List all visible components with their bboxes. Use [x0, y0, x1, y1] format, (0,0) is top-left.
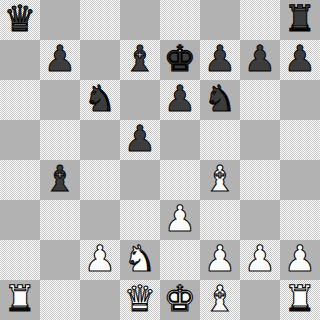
- square-g8[interactable]: [240, 0, 280, 40]
- square-b6[interactable]: [40, 80, 80, 120]
- square-e4[interactable]: [160, 160, 200, 200]
- piece-black-knight[interactable]: ♞: [80, 79, 120, 119]
- square-g5[interactable]: [240, 120, 280, 160]
- chess-board-window: ♛♜♟♝♚♟♟♟♞♟♞♟♝♝♟♟♞♟♟♟♜♛♚♝♜: [0, 0, 320, 320]
- piece-white-pawn[interactable]: ♟: [80, 239, 120, 279]
- square-d2[interactable]: ♞: [120, 240, 160, 280]
- piece-white-pawn[interactable]: ♟: [280, 239, 320, 279]
- square-f6[interactable]: ♞: [200, 80, 240, 120]
- square-h4[interactable]: [280, 160, 320, 200]
- piece-white-pawn[interactable]: ♟: [160, 199, 200, 239]
- square-e1[interactable]: ♚: [160, 280, 200, 320]
- square-a5[interactable]: [0, 120, 40, 160]
- piece-black-pawn[interactable]: ♟: [200, 39, 240, 79]
- piece-black-king[interactable]: ♚: [160, 39, 200, 79]
- square-a1[interactable]: ♜: [0, 280, 40, 320]
- square-h3[interactable]: [280, 200, 320, 240]
- square-b2[interactable]: [40, 240, 80, 280]
- square-a8[interactable]: ♛: [0, 0, 40, 40]
- square-g6[interactable]: [240, 80, 280, 120]
- square-h1[interactable]: ♜: [280, 280, 320, 320]
- piece-black-pawn[interactable]: ♟: [40, 39, 80, 79]
- square-h6[interactable]: [280, 80, 320, 120]
- piece-black-pawn[interactable]: ♟: [160, 79, 200, 119]
- square-g7[interactable]: ♟: [240, 40, 280, 80]
- square-g2[interactable]: ♟: [240, 240, 280, 280]
- square-f4[interactable]: ♝: [200, 160, 240, 200]
- square-f8[interactable]: [200, 0, 240, 40]
- square-d3[interactable]: [120, 200, 160, 240]
- square-d6[interactable]: [120, 80, 160, 120]
- square-c6[interactable]: ♞: [80, 80, 120, 120]
- square-f2[interactable]: ♟: [200, 240, 240, 280]
- square-c8[interactable]: [80, 0, 120, 40]
- square-c7[interactable]: [80, 40, 120, 80]
- piece-black-pawn[interactable]: ♟: [280, 39, 320, 79]
- square-h2[interactable]: ♟: [280, 240, 320, 280]
- piece-black-bishop[interactable]: ♝: [40, 159, 80, 199]
- piece-black-pawn[interactable]: ♟: [120, 119, 160, 159]
- square-d1[interactable]: ♛: [120, 280, 160, 320]
- square-a4[interactable]: [0, 160, 40, 200]
- piece-white-pawn[interactable]: ♟: [240, 239, 280, 279]
- square-f3[interactable]: [200, 200, 240, 240]
- piece-white-pawn[interactable]: ♟: [200, 239, 240, 279]
- square-c2[interactable]: ♟: [80, 240, 120, 280]
- square-h5[interactable]: [280, 120, 320, 160]
- square-f5[interactable]: [200, 120, 240, 160]
- piece-white-king[interactable]: ♚: [160, 279, 200, 319]
- square-e5[interactable]: [160, 120, 200, 160]
- piece-white-rook[interactable]: ♜: [280, 279, 320, 319]
- piece-black-bishop[interactable]: ♝: [120, 39, 160, 79]
- square-e2[interactable]: [160, 240, 200, 280]
- square-b5[interactable]: [40, 120, 80, 160]
- piece-white-bishop[interactable]: ♝: [200, 279, 240, 319]
- piece-white-rook[interactable]: ♜: [0, 279, 40, 319]
- square-h8[interactable]: ♜: [280, 0, 320, 40]
- square-e8[interactable]: [160, 0, 200, 40]
- square-c4[interactable]: [80, 160, 120, 200]
- square-b8[interactable]: [40, 0, 80, 40]
- piece-black-pawn[interactable]: ♟: [240, 39, 280, 79]
- square-d8[interactable]: [120, 0, 160, 40]
- square-a2[interactable]: [0, 240, 40, 280]
- square-e3[interactable]: ♟: [160, 200, 200, 240]
- square-f7[interactable]: ♟: [200, 40, 240, 80]
- square-b1[interactable]: [40, 280, 80, 320]
- piece-white-knight[interactable]: ♞: [120, 239, 160, 279]
- square-c1[interactable]: [80, 280, 120, 320]
- piece-black-queen[interactable]: ♛: [0, 0, 40, 39]
- square-d7[interactable]: ♝: [120, 40, 160, 80]
- square-b7[interactable]: ♟: [40, 40, 80, 80]
- square-c3[interactable]: [80, 200, 120, 240]
- square-b3[interactable]: [40, 200, 80, 240]
- piece-white-bishop[interactable]: ♝: [200, 159, 240, 199]
- piece-black-rook[interactable]: ♜: [280, 0, 320, 39]
- square-g1[interactable]: [240, 280, 280, 320]
- square-c5[interactable]: [80, 120, 120, 160]
- square-a7[interactable]: [0, 40, 40, 80]
- square-b4[interactable]: ♝: [40, 160, 80, 200]
- square-d5[interactable]: ♟: [120, 120, 160, 160]
- square-g3[interactable]: [240, 200, 280, 240]
- square-e7[interactable]: ♚: [160, 40, 200, 80]
- chess-board: ♛♜♟♝♚♟♟♟♞♟♞♟♝♝♟♟♞♟♟♟♜♛♚♝♜: [0, 0, 320, 320]
- square-f1[interactable]: ♝: [200, 280, 240, 320]
- square-a3[interactable]: [0, 200, 40, 240]
- piece-black-knight[interactable]: ♞: [200, 79, 240, 119]
- square-d4[interactable]: [120, 160, 160, 200]
- square-h7[interactable]: ♟: [280, 40, 320, 80]
- square-e6[interactable]: ♟: [160, 80, 200, 120]
- square-a6[interactable]: [0, 80, 40, 120]
- piece-white-queen[interactable]: ♛: [120, 279, 160, 319]
- square-g4[interactable]: [240, 160, 280, 200]
